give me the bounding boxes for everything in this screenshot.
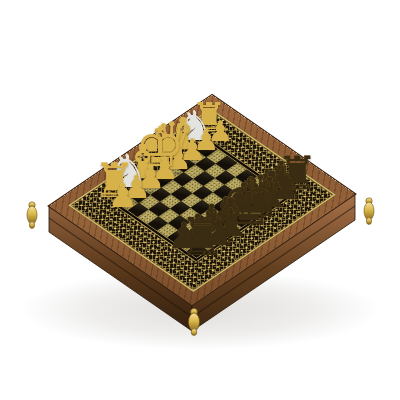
black-rook-icon: ♜	[179, 211, 226, 263]
chess-set-photo: ♜♞♝♛♚♝♞♜♟♟♟♟♟♟♟♟♟♟♟♟♟♟♟♟♜♞♝♛♚♝♞♜	[0, 0, 400, 400]
pieces-layer: ♜♞♝♛♚♝♞♜♟♟♟♟♟♟♟♟♟♟♟♟♟♟♟♟♜♞♝♛♚♝♞♜	[0, 0, 400, 400]
piece-black-rook-h8[interactable]: ♜	[179, 211, 213, 263]
white-pawn-icon: ♟	[108, 179, 138, 212]
piece-white-pawn-h2[interactable]: ♟	[106, 179, 140, 212]
